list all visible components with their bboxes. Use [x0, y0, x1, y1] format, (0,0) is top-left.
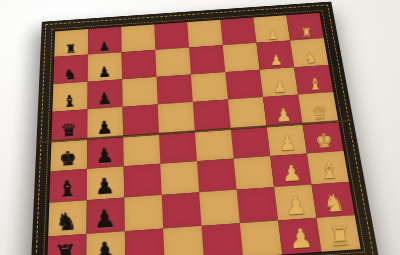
square-a6[interactable]: ♝	[52, 82, 87, 112]
black-pawn: ♟	[85, 238, 126, 255]
square-f6[interactable]	[225, 70, 263, 100]
square-a1[interactable]: ♜	[47, 234, 86, 255]
square-d3[interactable]	[160, 161, 199, 195]
square-d8[interactable]	[154, 22, 189, 50]
chess-board: ♜♟♟♜♞♟♟♞♝♟♟♝♛♟♟♛♚♟♟♚♝♟♟♝♞♟♟♞♜♟♟♜	[30, 2, 381, 255]
square-h5[interactable]: ♛	[298, 92, 338, 123]
square-b2[interactable]: ♟	[87, 198, 125, 234]
square-b6[interactable]: ♟	[88, 79, 123, 109]
square-f4[interactable]	[231, 126, 271, 159]
board-grid: ♜♟♟♜♞♟♟♞♝♟♟♝♛♟♟♛♚♟♟♚♝♟♟♝♞♟♟♞♜♟♟♜	[47, 13, 361, 255]
black-king: ♚	[49, 148, 87, 170]
square-b5[interactable]: ♟	[87, 107, 123, 139]
square-g3[interactable]: ♟	[270, 153, 311, 187]
square-d6[interactable]	[157, 74, 193, 104]
square-c5[interactable]	[123, 104, 159, 135]
square-f2[interactable]	[237, 187, 278, 222]
black-knight: ♞	[53, 67, 88, 83]
black-knight: ♞	[47, 208, 87, 235]
white-pawn: ♟	[269, 133, 307, 155]
white-bishop: ♝	[297, 76, 333, 94]
white-bishop: ♝	[310, 159, 349, 183]
square-d7[interactable]	[155, 48, 191, 77]
square-c7[interactable]	[122, 50, 157, 79]
black-bishop: ♝	[51, 93, 87, 111]
square-g6[interactable]: ♟	[260, 67, 298, 97]
square-e6[interactable]	[191, 72, 228, 102]
black-rook: ♜	[45, 241, 86, 255]
black-bishop: ♝	[48, 178, 87, 202]
square-f7[interactable]	[223, 43, 260, 72]
square-b1[interactable]: ♟	[86, 231, 125, 255]
white-knight: ♞	[293, 50, 328, 66]
square-g1[interactable]: ♟	[278, 217, 321, 254]
white-pawn: ♟	[259, 52, 294, 68]
square-f8[interactable]	[220, 18, 256, 46]
square-b7[interactable]: ♟	[88, 52, 122, 81]
white-pawn: ♟	[272, 162, 311, 186]
square-e2[interactable]	[199, 190, 240, 226]
square-h2[interactable]: ♞	[312, 182, 355, 217]
black-pawn: ♟	[85, 175, 124, 199]
square-d4[interactable]	[159, 131, 197, 164]
square-c1[interactable]	[125, 228, 165, 255]
square-a8[interactable]: ♜	[54, 29, 88, 57]
square-h3[interactable]: ♝	[307, 151, 349, 185]
square-c2[interactable]	[124, 195, 163, 231]
white-pawn: ♟	[276, 192, 316, 219]
square-e1[interactable]	[201, 223, 243, 255]
square-h7[interactable]: ♞	[290, 38, 328, 67]
square-e7[interactable]	[189, 45, 225, 74]
square-f3[interactable]	[234, 156, 274, 190]
white-rook: ♜	[319, 222, 360, 251]
square-h1[interactable]: ♜	[316, 215, 360, 252]
square-d2[interactable]	[162, 193, 202, 229]
black-pawn: ♟	[87, 65, 122, 81]
black-pawn: ♟	[86, 146, 124, 168]
square-c4[interactable]	[123, 133, 160, 166]
square-c3[interactable]	[124, 164, 162, 198]
white-knight: ♞	[314, 190, 354, 217]
square-a7[interactable]: ♞	[53, 55, 88, 84]
white-pawn: ♟	[262, 78, 298, 96]
square-e5[interactable]	[193, 100, 231, 131]
black-pawn: ♟	[87, 90, 123, 108]
square-h6[interactable]: ♝	[294, 65, 333, 95]
black-pawn: ♟	[85, 206, 125, 233]
square-c8[interactable]	[121, 24, 155, 52]
square-a3[interactable]: ♝	[49, 169, 87, 203]
square-h8[interactable]: ♜	[286, 13, 323, 41]
square-b3[interactable]: ♟	[87, 166, 124, 200]
white-king: ♚	[305, 130, 343, 152]
square-a2[interactable]: ♞	[48, 200, 87, 236]
square-b4[interactable]: ♟	[87, 136, 124, 169]
square-f1[interactable]	[240, 220, 283, 255]
square-b8[interactable]: ♟	[88, 27, 122, 55]
square-h4[interactable]: ♚	[302, 121, 343, 153]
square-g2[interactable]: ♟	[274, 185, 316, 220]
square-g5[interactable]: ♟	[263, 95, 302, 126]
white-pawn: ♟	[280, 224, 321, 253]
square-d5[interactable]	[158, 102, 195, 133]
square-e3[interactable]	[197, 159, 237, 193]
square-e8[interactable]	[187, 20, 222, 48]
square-e4[interactable]	[195, 128, 234, 161]
square-f5[interactable]	[228, 97, 267, 128]
square-g7[interactable]: ♟	[256, 41, 294, 70]
square-a5[interactable]: ♛	[51, 109, 87, 141]
square-g4[interactable]: ♟	[267, 123, 307, 156]
square-d1[interactable]	[163, 225, 204, 255]
photo-scene: ♜♟♟♜♞♟♟♞♝♟♟♝♛♟♟♛♚♟♟♚♝♟♟♝♞♟♟♞♜♟♟♜	[0, 0, 400, 255]
square-g8[interactable]: ♟	[253, 15, 290, 43]
square-c6[interactable]	[122, 77, 158, 107]
square-a4[interactable]: ♚	[50, 138, 87, 171]
